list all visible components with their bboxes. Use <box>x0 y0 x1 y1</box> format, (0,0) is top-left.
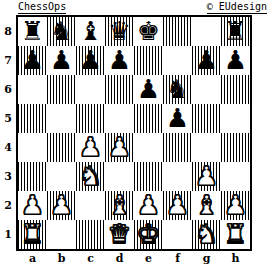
square-h6[interactable] <box>221 75 250 104</box>
white-pawn-icon: ♟ <box>224 191 247 220</box>
square-c6[interactable] <box>76 75 105 104</box>
black-pawn-icon: ♟ <box>224 46 247 75</box>
square-h5[interactable] <box>221 104 250 133</box>
black-pawn-icon: ♟ <box>195 46 218 75</box>
file-label-c: c <box>76 252 105 266</box>
black-pawn-icon: ♟ <box>79 46 102 75</box>
black-knight-icon: ♞ <box>166 75 189 104</box>
rank-label-8: 8 <box>2 17 14 46</box>
rank-label-4: 4 <box>2 133 14 162</box>
file-label-f: f <box>163 252 192 266</box>
white-pawn-icon: ♟ <box>108 133 131 162</box>
square-d4[interactable]: ♟ <box>105 133 134 162</box>
square-c5[interactable] <box>76 104 105 133</box>
file-label-e: e <box>134 252 163 266</box>
square-f5[interactable]: ♟ <box>163 104 192 133</box>
square-a7[interactable]: ♟ <box>18 46 47 75</box>
white-queen-icon: ♛ <box>108 220 131 249</box>
square-a2[interactable]: ♟ <box>18 191 47 220</box>
square-f1[interactable] <box>163 220 192 249</box>
square-e5[interactable] <box>134 104 163 133</box>
white-bishop-icon: ♝ <box>108 191 131 220</box>
square-f8[interactable] <box>163 17 192 46</box>
black-pawn-icon: ♟ <box>50 46 73 75</box>
square-g4[interactable] <box>192 133 221 162</box>
white-pawn-icon: ♟ <box>195 162 218 191</box>
black-bishop-icon: ♝ <box>79 17 102 46</box>
square-g2[interactable]: ♝ <box>192 191 221 220</box>
square-d5[interactable] <box>105 104 134 133</box>
file-label-a: a <box>18 252 47 266</box>
square-d1[interactable]: ♛ <box>105 220 134 249</box>
square-h1[interactable]: ♜ <box>221 220 250 249</box>
square-h8[interactable]: ♜ <box>221 17 250 46</box>
square-e4[interactable] <box>134 133 163 162</box>
square-f2[interactable]: ♟ <box>163 191 192 220</box>
square-a3[interactable] <box>18 162 47 191</box>
white-knight-icon: ♞ <box>79 162 102 191</box>
square-a8[interactable]: ♜ <box>18 17 47 46</box>
square-c8[interactable]: ♝ <box>76 17 105 46</box>
square-a5[interactable] <box>18 104 47 133</box>
black-pawn-icon: ♟ <box>21 46 44 75</box>
square-b5[interactable] <box>47 104 76 133</box>
white-pawn-icon: ♟ <box>137 191 160 220</box>
square-b3[interactable] <box>47 162 76 191</box>
square-c1[interactable] <box>76 220 105 249</box>
board-frame: ♜♞♝♛♚♜♟♟♟♟♟♟♟♞♟♟♟♞♟♟♟♝♟♟♝♟♜♛♚♞♜ <box>16 15 252 251</box>
chessops-window: ChessOps © EUdesign 87654321 ♜♞♝♛♚♜♟♟♟♟♟… <box>0 0 270 270</box>
black-king-icon: ♚ <box>137 17 160 46</box>
rank-label-2: 2 <box>2 191 14 220</box>
file-labels: abcdefgh <box>18 252 250 266</box>
square-f7[interactable] <box>163 46 192 75</box>
square-g6[interactable] <box>192 75 221 104</box>
white-bishop-icon: ♝ <box>195 191 218 220</box>
square-e3[interactable] <box>134 162 163 191</box>
white-knight-icon: ♞ <box>195 220 218 249</box>
square-a6[interactable] <box>18 75 47 104</box>
rank-label-7: 7 <box>2 46 14 75</box>
square-f3[interactable] <box>163 162 192 191</box>
file-label-d: d <box>105 252 134 266</box>
header-bar: ChessOps © EUdesign <box>18 1 267 14</box>
square-g8[interactable] <box>192 17 221 46</box>
white-king-icon: ♚ <box>137 220 160 249</box>
file-label-g: g <box>192 252 221 266</box>
white-pawn-icon: ♟ <box>79 133 102 162</box>
square-d7[interactable]: ♟ <box>105 46 134 75</box>
square-g7[interactable]: ♟ <box>192 46 221 75</box>
file-label-h: h <box>221 252 250 266</box>
square-e2[interactable]: ♟ <box>134 191 163 220</box>
white-pawn-icon: ♟ <box>166 191 189 220</box>
square-f6[interactable]: ♞ <box>163 75 192 104</box>
square-b7[interactable]: ♟ <box>47 46 76 75</box>
square-g1[interactable]: ♞ <box>192 220 221 249</box>
white-pawn-icon: ♟ <box>21 191 44 220</box>
rank-label-5: 5 <box>2 104 14 133</box>
file-label-b: b <box>47 252 76 266</box>
rank-label-6: 6 <box>2 75 14 104</box>
black-pawn-icon: ♟ <box>166 104 189 133</box>
square-a1[interactable]: ♜ <box>18 220 47 249</box>
square-b2[interactable]: ♟ <box>47 191 76 220</box>
square-c4[interactable]: ♟ <box>76 133 105 162</box>
black-rook-icon: ♜ <box>224 17 247 46</box>
square-g5[interactable] <box>192 104 221 133</box>
square-h4[interactable] <box>221 133 250 162</box>
square-b8[interactable]: ♞ <box>47 17 76 46</box>
square-d2[interactable]: ♝ <box>105 191 134 220</box>
square-c3[interactable]: ♞ <box>76 162 105 191</box>
square-e6[interactable]: ♟ <box>134 75 163 104</box>
square-b6[interactable] <box>47 75 76 104</box>
square-h2[interactable]: ♟ <box>221 191 250 220</box>
square-f4[interactable] <box>163 133 192 162</box>
square-h3[interactable] <box>221 162 250 191</box>
white-rook-icon: ♜ <box>21 220 44 249</box>
chess-board: ♜♞♝♛♚♜♟♟♟♟♟♟♟♞♟♟♟♞♟♟♟♝♟♟♝♟♜♛♚♞♜ <box>18 17 250 249</box>
black-pawn-icon: ♟ <box>137 75 160 104</box>
square-c7[interactable]: ♟ <box>76 46 105 75</box>
square-d6[interactable] <box>105 75 134 104</box>
rank-label-3: 3 <box>2 162 14 191</box>
app-title: ChessOps <box>18 1 66 14</box>
square-d8[interactable]: ♛ <box>105 17 134 46</box>
square-c2[interactable] <box>76 191 105 220</box>
square-h7[interactable]: ♟ <box>221 46 250 75</box>
square-e1[interactable]: ♚ <box>134 220 163 249</box>
square-e7[interactable] <box>134 46 163 75</box>
black-queen-icon: ♛ <box>108 17 131 46</box>
credit-label: © EUdesign <box>207 1 267 14</box>
rank-label-1: 1 <box>2 220 14 249</box>
square-g3[interactable]: ♟ <box>192 162 221 191</box>
square-e8[interactable]: ♚ <box>134 17 163 46</box>
white-pawn-icon: ♟ <box>50 191 73 220</box>
square-b4[interactable] <box>47 133 76 162</box>
black-knight-icon: ♞ <box>50 17 73 46</box>
rank-labels: 87654321 <box>2 17 14 249</box>
white-rook-icon: ♜ <box>224 220 247 249</box>
square-b1[interactable] <box>47 220 76 249</box>
square-a4[interactable] <box>18 133 47 162</box>
black-rook-icon: ♜ <box>21 17 44 46</box>
square-d3[interactable] <box>105 162 134 191</box>
black-pawn-icon: ♟ <box>108 46 131 75</box>
